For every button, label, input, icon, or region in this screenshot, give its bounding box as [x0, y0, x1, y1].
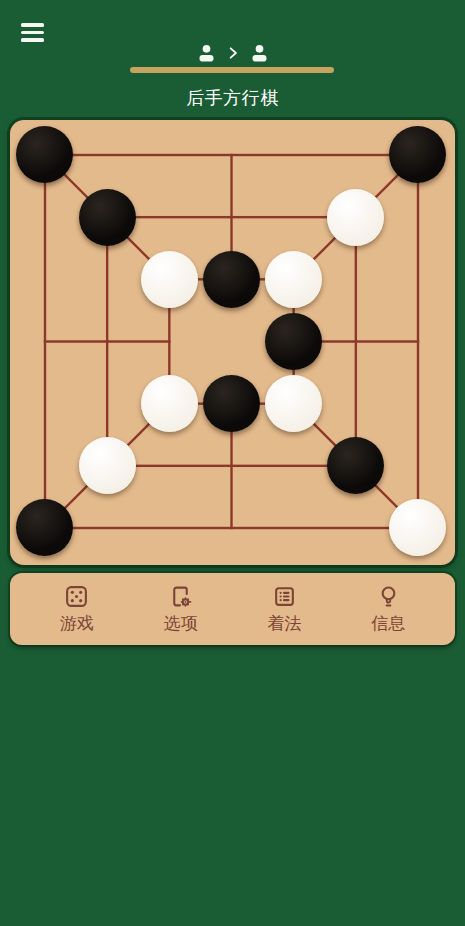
board-point-f6[interactable] [325, 186, 387, 248]
move-list-icon [272, 584, 297, 609]
board-point-d3[interactable] [200, 373, 262, 435]
board-point-a1[interactable] [14, 497, 76, 559]
black-piece-a7[interactable] [16, 126, 73, 183]
game-board [10, 120, 455, 565]
player-icon [249, 43, 270, 64]
board-point-a7[interactable] [14, 124, 76, 186]
white-piece-c3[interactable] [141, 375, 198, 432]
hamburger-menu-icon [21, 23, 44, 27]
dice-icon [64, 584, 89, 609]
black-piece-a1[interactable] [16, 499, 73, 556]
board-point-a4[interactable] [14, 310, 76, 372]
black-piece-b6[interactable] [79, 189, 136, 246]
white-piece-f6[interactable] [327, 189, 384, 246]
board-point-f4[interactable] [325, 310, 387, 372]
black-piece-d5[interactable] [203, 251, 260, 308]
options-button[interactable]: 选项 [129, 584, 233, 635]
black-piece-e4[interactable] [265, 313, 322, 370]
board-point-g1[interactable] [387, 497, 449, 559]
turn-progress-bar [130, 67, 334, 73]
document-gear-icon [168, 584, 193, 609]
black-piece-f2[interactable] [327, 437, 384, 494]
board-point-c3[interactable] [138, 373, 200, 435]
menu-button[interactable] [21, 23, 44, 42]
lightbulb-icon [376, 584, 401, 609]
board-point-d5[interactable] [200, 248, 262, 310]
board-point-d6[interactable] [200, 186, 262, 248]
white-piece-b2[interactable] [79, 437, 136, 494]
board-point-e4[interactable] [263, 310, 325, 372]
board-point-d1[interactable] [200, 497, 262, 559]
bottom-toolbar: 游戏 选项 着法 [10, 573, 455, 645]
options-button-label: 选项 [164, 612, 198, 635]
board-point-d2[interactable] [200, 435, 262, 497]
board-point-d7[interactable] [200, 124, 262, 186]
info-button[interactable]: 信息 [336, 584, 440, 635]
info-button-label: 信息 [371, 612, 405, 635]
board-point-b2[interactable] [76, 435, 138, 497]
status-text: 后手方行棋 [0, 86, 465, 110]
board-point-g4[interactable] [387, 310, 449, 372]
board-point-c4[interactable] [138, 310, 200, 372]
chevron-right-icon [226, 46, 240, 60]
white-piece-e5[interactable] [265, 251, 322, 308]
player-icon [196, 43, 217, 64]
turn-indicator [0, 42, 465, 64]
board-point-e3[interactable] [263, 373, 325, 435]
board-point-c5[interactable] [138, 248, 200, 310]
white-piece-e3[interactable] [265, 375, 322, 432]
game-button-label: 游戏 [60, 612, 94, 635]
board-grid [14, 124, 449, 559]
white-piece-c5[interactable] [141, 251, 198, 308]
game-button[interactable]: 游戏 [25, 584, 129, 635]
moves-button[interactable]: 着法 [233, 584, 337, 635]
board-point-b6[interactable] [76, 186, 138, 248]
board-point-e5[interactable] [263, 248, 325, 310]
board-point-f2[interactable] [325, 435, 387, 497]
board-point-g7[interactable] [387, 124, 449, 186]
white-piece-g1[interactable] [389, 499, 446, 556]
black-piece-d3[interactable] [203, 375, 260, 432]
black-piece-g7[interactable] [389, 126, 446, 183]
moves-button-label: 着法 [267, 612, 301, 635]
board-point-b4[interactable] [76, 310, 138, 372]
